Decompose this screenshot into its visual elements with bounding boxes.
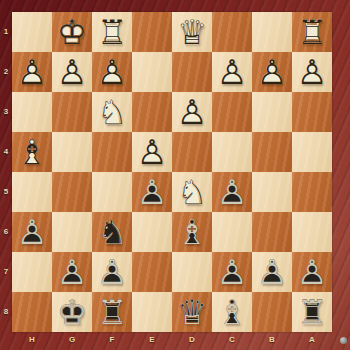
square-g7[interactable]: ♟♙: [52, 252, 92, 292]
piece-black-knight-detail: ♘: [92, 212, 132, 252]
piece-black-pawn: ♟: [252, 252, 292, 292]
square-b4[interactable]: [252, 132, 292, 172]
square-e7[interactable]: [132, 252, 172, 292]
piece-black-pawn-detail: ♙: [212, 252, 252, 292]
file-label-a: A: [292, 332, 332, 346]
square-f3[interactable]: ♞♘: [92, 92, 132, 132]
piece-white-pawn: ♟: [12, 52, 52, 92]
piece-white-pawn-detail: ♙: [12, 52, 52, 92]
square-a3[interactable]: [292, 92, 332, 132]
piece-black-pawn: ♟: [92, 252, 132, 292]
piece-black-pawn: ♟: [132, 172, 172, 212]
square-b6[interactable]: [252, 212, 292, 252]
square-c3[interactable]: [212, 92, 252, 132]
square-f1[interactable]: ♜♖: [92, 12, 132, 52]
square-d4[interactable]: [172, 132, 212, 172]
piece-black-rook: ♜: [292, 292, 332, 332]
square-c4[interactable]: [212, 132, 252, 172]
piece-black-pawn: ♟: [52, 252, 92, 292]
piece-white-king-detail: ♔: [52, 12, 92, 52]
square-c1[interactable]: [212, 12, 252, 52]
square-e8[interactable]: [132, 292, 172, 332]
square-h4[interactable]: ♝♗: [12, 132, 52, 172]
square-e1[interactable]: [132, 12, 172, 52]
square-c7[interactable]: ♟♙: [212, 252, 252, 292]
file-label-f: F: [92, 332, 132, 346]
piece-black-pawn-detail: ♙: [292, 252, 332, 292]
square-f4[interactable]: [92, 132, 132, 172]
piece-black-pawn: ♟: [212, 252, 252, 292]
piece-black-pawn: ♟: [292, 252, 332, 292]
square-a5[interactable]: [292, 172, 332, 212]
file-label-g: G: [52, 332, 92, 346]
board-frame: 12345678 ♚♔♜♖♛♕♜♖♟♙♟♙♟♙♟♙♟♙♟♙♞♘♟♙♝♗♟♙♟♙♞…: [0, 0, 350, 350]
piece-black-king-detail: ♔: [52, 292, 92, 332]
square-h3[interactable]: [12, 92, 52, 132]
square-d5[interactable]: ♞♘: [172, 172, 212, 212]
piece-white-pawn-detail: ♙: [292, 52, 332, 92]
square-h7[interactable]: [12, 252, 52, 292]
square-g4[interactable]: [52, 132, 92, 172]
piece-black-queen-detail: ♕: [172, 292, 212, 332]
rank-label-3: 3: [0, 92, 12, 132]
resize-grip-dot: [340, 337, 347, 344]
square-c8[interactable]: ♝♗: [212, 292, 252, 332]
square-a1[interactable]: ♜♖: [292, 12, 332, 52]
square-b1[interactable]: [252, 12, 292, 52]
square-e2[interactable]: [132, 52, 172, 92]
piece-black-pawn-detail: ♙: [52, 252, 92, 292]
rank-label-8: 8: [0, 292, 12, 332]
piece-white-bishop-detail: ♗: [12, 132, 52, 172]
square-h2[interactable]: ♟♙: [12, 52, 52, 92]
rank-labels: 12345678: [0, 12, 12, 332]
square-g5[interactable]: [52, 172, 92, 212]
piece-black-queen: ♛: [172, 292, 212, 332]
piece-black-pawn-detail: ♙: [92, 252, 132, 292]
square-b3[interactable]: [252, 92, 292, 132]
piece-black-rook-detail: ♖: [292, 292, 332, 332]
square-f6[interactable]: ♞♘: [92, 212, 132, 252]
file-label-d: D: [172, 332, 212, 346]
piece-white-queen-detail: ♕: [172, 12, 212, 52]
piece-black-bishop-detail: ♗: [172, 212, 212, 252]
piece-white-queen: ♛: [172, 12, 212, 52]
piece-black-king: ♚: [52, 292, 92, 332]
square-g8[interactable]: ♚♔: [52, 292, 92, 332]
piece-white-pawn-detail: ♙: [92, 52, 132, 92]
square-a6[interactable]: [292, 212, 332, 252]
piece-white-pawn: ♟: [172, 92, 212, 132]
piece-white-knight: ♞: [92, 92, 132, 132]
square-b5[interactable]: [252, 172, 292, 212]
square-h1[interactable]: [12, 12, 52, 52]
piece-white-rook: ♜: [92, 12, 132, 52]
square-g3[interactable]: [52, 92, 92, 132]
piece-white-rook-detail: ♖: [92, 12, 132, 52]
piece-black-rook-detail: ♖: [92, 292, 132, 332]
square-e5[interactable]: ♟♙: [132, 172, 172, 212]
square-e3[interactable]: [132, 92, 172, 132]
rank-label-6: 6: [0, 212, 12, 252]
square-d6[interactable]: ♝♗: [172, 212, 212, 252]
square-d7[interactable]: [172, 252, 212, 292]
rank-label-4: 4: [0, 132, 12, 172]
piece-white-king: ♚: [52, 12, 92, 52]
piece-black-knight: ♞: [92, 212, 132, 252]
square-f7[interactable]: ♟♙: [92, 252, 132, 292]
piece-black-pawn-detail: ♙: [212, 172, 252, 212]
piece-white-pawn: ♟: [252, 52, 292, 92]
file-label-h: H: [12, 332, 52, 346]
piece-black-pawn: ♟: [212, 172, 252, 212]
square-b7[interactable]: ♟♙: [252, 252, 292, 292]
file-label-c: C: [212, 332, 252, 346]
square-e4[interactable]: ♟♙: [132, 132, 172, 172]
square-d8[interactable]: ♛♕: [172, 292, 212, 332]
piece-black-rook: ♜: [92, 292, 132, 332]
square-c6[interactable]: [212, 212, 252, 252]
square-c5[interactable]: ♟♙: [212, 172, 252, 212]
piece-white-pawn-detail: ♙: [52, 52, 92, 92]
rank-label-5: 5: [0, 172, 12, 212]
piece-black-bishop: ♝: [212, 292, 252, 332]
square-h8[interactable]: [12, 292, 52, 332]
piece-black-bishop-detail: ♗: [212, 292, 252, 332]
piece-white-pawn: ♟: [92, 52, 132, 92]
square-a7[interactable]: ♟♙: [292, 252, 332, 292]
square-d1[interactable]: ♛♕: [172, 12, 212, 52]
piece-white-pawn-detail: ♙: [132, 132, 172, 172]
file-label-e: E: [132, 332, 172, 346]
piece-white-rook: ♜: [292, 12, 332, 52]
square-f8[interactable]: ♜♖: [92, 292, 132, 332]
piece-black-pawn-detail: ♙: [252, 252, 292, 292]
square-g6[interactable]: [52, 212, 92, 252]
square-d2[interactable]: [172, 52, 212, 92]
square-f2[interactable]: ♟♙: [92, 52, 132, 92]
file-labels: HGFEDCBA: [12, 332, 332, 350]
rank-label-1: 1: [0, 12, 12, 52]
square-e6[interactable]: [132, 212, 172, 252]
rank-label-7: 7: [0, 252, 12, 292]
piece-white-pawn-detail: ♙: [252, 52, 292, 92]
piece-white-pawn-detail: ♙: [172, 92, 212, 132]
rank-label-2: 2: [0, 52, 12, 92]
piece-white-pawn-detail: ♙: [212, 52, 252, 92]
square-a4[interactable]: [292, 132, 332, 172]
file-label-b: B: [252, 332, 292, 346]
piece-white-pawn: ♟: [52, 52, 92, 92]
square-a2[interactable]: ♟♙: [292, 52, 332, 92]
square-a8[interactable]: ♜♖: [292, 292, 332, 332]
square-c2[interactable]: ♟♙: [212, 52, 252, 92]
piece-white-knight-detail: ♘: [172, 172, 212, 212]
piece-black-pawn-detail: ♙: [132, 172, 172, 212]
square-d3[interactable]: ♟♙: [172, 92, 212, 132]
square-g2[interactable]: ♟♙: [52, 52, 92, 92]
square-f5[interactable]: [92, 172, 132, 212]
piece-black-pawn: ♟: [12, 212, 52, 252]
square-h5[interactable]: [12, 172, 52, 212]
piece-white-pawn: ♟: [132, 132, 172, 172]
square-h6[interactable]: ♟♙: [12, 212, 52, 252]
chess-board: ♚♔♜♖♛♕♜♖♟♙♟♙♟♙♟♙♟♙♟♙♞♘♟♙♝♗♟♙♟♙♞♘♟♙♟♙♞♘♝♗…: [12, 12, 332, 332]
piece-white-pawn: ♟: [292, 52, 332, 92]
square-g1[interactable]: ♚♔: [52, 12, 92, 52]
piece-black-pawn-detail: ♙: [12, 212, 52, 252]
piece-white-pawn: ♟: [212, 52, 252, 92]
piece-white-rook-detail: ♖: [292, 12, 332, 52]
piece-black-bishop: ♝: [172, 212, 212, 252]
square-b2[interactable]: ♟♙: [252, 52, 292, 92]
piece-white-knight-detail: ♘: [92, 92, 132, 132]
piece-white-knight: ♞: [172, 172, 212, 212]
square-b8[interactable]: [252, 292, 292, 332]
piece-white-bishop: ♝: [12, 132, 52, 172]
